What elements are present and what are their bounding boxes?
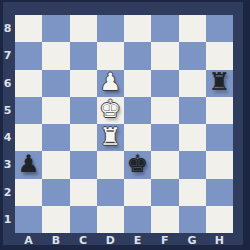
square-b7[interactable]: [42, 42, 69, 69]
square-c3[interactable]: [70, 151, 97, 178]
black-pawn-icon[interactable]: ♟: [18, 152, 40, 176]
square-h3[interactable]: [206, 151, 233, 178]
square-h7[interactable]: [206, 42, 233, 69]
square-a5[interactable]: [15, 97, 42, 124]
square-g6[interactable]: [179, 70, 206, 97]
file-label-b: B: [42, 233, 69, 247]
square-b4[interactable]: [42, 124, 69, 151]
square-f4[interactable]: [151, 124, 178, 151]
square-f8[interactable]: [151, 15, 178, 42]
square-c5[interactable]: [70, 97, 97, 124]
square-f1[interactable]: [151, 206, 178, 233]
square-b2[interactable]: [42, 179, 69, 206]
square-g5[interactable]: [179, 97, 206, 124]
square-h1[interactable]: [206, 206, 233, 233]
square-f7[interactable]: [151, 42, 178, 69]
square-f3[interactable]: [151, 151, 178, 178]
square-c8[interactable]: [70, 15, 97, 42]
square-e5[interactable]: [124, 97, 151, 124]
square-b1[interactable]: [42, 206, 69, 233]
square-c4[interactable]: [70, 124, 97, 151]
rank-labels: 87654321: [0, 15, 15, 233]
square-f6[interactable]: [151, 70, 178, 97]
square-c1[interactable]: [70, 206, 97, 233]
file-label-c: C: [70, 233, 97, 247]
square-e7[interactable]: [124, 42, 151, 69]
file-label-g: G: [179, 233, 206, 247]
square-g2[interactable]: [179, 179, 206, 206]
square-d1[interactable]: [97, 206, 124, 233]
file-label-a: A: [15, 233, 42, 247]
square-a3[interactable]: ♟: [15, 151, 42, 178]
square-a2[interactable]: [15, 179, 42, 206]
square-c2[interactable]: [70, 179, 97, 206]
file-label-e: E: [124, 233, 151, 247]
square-d3[interactable]: [97, 151, 124, 178]
square-e8[interactable]: [124, 15, 151, 42]
square-e6[interactable]: [124, 70, 151, 97]
white-pawn-icon[interactable]: ♟: [100, 70, 122, 94]
square-d5[interactable]: ♚: [97, 97, 124, 124]
square-d4[interactable]: ♜: [97, 124, 124, 151]
square-b5[interactable]: [42, 97, 69, 124]
square-a6[interactable]: [15, 70, 42, 97]
square-h8[interactable]: [206, 15, 233, 42]
chessboard-frame: 87654321 ♟♜♚♜♟♚ ABCDEFGH: [0, 0, 250, 250]
square-e4[interactable]: [124, 124, 151, 151]
square-g7[interactable]: [179, 42, 206, 69]
square-g3[interactable]: [179, 151, 206, 178]
rank-label-3: 3: [0, 151, 15, 178]
square-g4[interactable]: [179, 124, 206, 151]
rank-label-1: 1: [0, 206, 15, 233]
square-d2[interactable]: [97, 179, 124, 206]
black-king-icon[interactable]: ♚: [127, 152, 149, 176]
square-f2[interactable]: [151, 179, 178, 206]
square-c7[interactable]: [70, 42, 97, 69]
chessboard: ♟♜♚♜♟♚: [15, 15, 233, 233]
rank-label-8: 8: [0, 15, 15, 42]
square-a1[interactable]: [15, 206, 42, 233]
square-b3[interactable]: [42, 151, 69, 178]
square-f5[interactable]: [151, 97, 178, 124]
square-c6[interactable]: [70, 70, 97, 97]
square-d7[interactable]: [97, 42, 124, 69]
rank-label-4: 4: [0, 124, 15, 151]
square-b6[interactable]: [42, 70, 69, 97]
white-king-icon[interactable]: ♚: [100, 97, 122, 121]
rank-label-5: 5: [0, 97, 15, 124]
file-label-f: F: [151, 233, 178, 247]
square-d6[interactable]: ♟: [97, 70, 124, 97]
black-rook-icon[interactable]: ♜: [209, 70, 231, 94]
square-g8[interactable]: [179, 15, 206, 42]
square-h2[interactable]: [206, 179, 233, 206]
square-e3[interactable]: ♚: [124, 151, 151, 178]
file-label-d: D: [97, 233, 124, 247]
square-e1[interactable]: [124, 206, 151, 233]
file-label-h: H: [206, 233, 233, 247]
white-rook-icon[interactable]: ♜: [100, 125, 122, 149]
rank-label-7: 7: [0, 42, 15, 69]
square-a8[interactable]: [15, 15, 42, 42]
file-labels: ABCDEFGH: [15, 233, 233, 247]
square-g1[interactable]: [179, 206, 206, 233]
square-h4[interactable]: [206, 124, 233, 151]
square-h6[interactable]: ♜: [206, 70, 233, 97]
rank-label-2: 2: [0, 179, 15, 206]
square-h5[interactable]: [206, 97, 233, 124]
square-a7[interactable]: [15, 42, 42, 69]
square-b8[interactable]: [42, 15, 69, 42]
rank-label-6: 6: [0, 70, 15, 97]
square-e2[interactable]: [124, 179, 151, 206]
square-d8[interactable]: [97, 15, 124, 42]
square-a4[interactable]: [15, 124, 42, 151]
